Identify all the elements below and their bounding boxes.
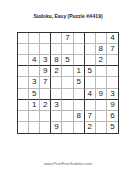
- sudoku-cell: [51, 44, 62, 55]
- sudoku-cell: 4: [85, 89, 96, 100]
- sudoku-cell: [74, 89, 85, 100]
- sudoku-cell: [85, 77, 96, 88]
- sudoku-cell: [51, 33, 62, 44]
- sudoku-cell: [18, 111, 29, 122]
- sudoku-cell: 6: [107, 111, 118, 122]
- sudoku-cell: 3: [29, 77, 40, 88]
- sudoku-cell: [74, 122, 85, 133]
- sudoku-cell: [62, 89, 73, 100]
- sudoku-cell: [40, 122, 51, 133]
- sudoku-cell: [85, 100, 96, 111]
- sudoku-cell: 5: [107, 122, 118, 133]
- sudoku-cell: [18, 100, 29, 111]
- sudoku-cell: [29, 111, 40, 122]
- sudoku-cell: [62, 111, 73, 122]
- sudoku-cell: 8: [96, 44, 107, 55]
- sudoku-cell: 7: [85, 111, 96, 122]
- sudoku-cell: [40, 33, 51, 44]
- sudoku-cell: [18, 33, 29, 44]
- sudoku-cell: 5: [29, 89, 40, 100]
- sudoku-cell: [62, 66, 73, 77]
- sudoku-cell: [74, 100, 85, 111]
- sudoku-cell: [85, 33, 96, 44]
- sudoku-cell: [51, 111, 62, 122]
- sudoku-cell: 3: [107, 89, 118, 100]
- sudoku-cell: [18, 55, 29, 66]
- sudoku-cell: [40, 89, 51, 100]
- sudoku-cell: [18, 122, 29, 133]
- footer-url: www.PrintFreeSudoku.com: [0, 161, 136, 167]
- sudoku-cell: [29, 44, 40, 55]
- sudoku-cell: 9: [51, 122, 62, 133]
- sudoku-cell: [96, 122, 107, 133]
- sudoku-cell: 4: [29, 55, 40, 66]
- sudoku-cell: 5: [85, 66, 96, 77]
- sudoku-cell: 3: [51, 100, 62, 111]
- sudoku-cell: [96, 66, 107, 77]
- sudoku-cell: [29, 66, 40, 77]
- sudoku-grid: 748743852921537554931239876925: [17, 32, 119, 134]
- sudoku-cell: [62, 44, 73, 55]
- sudoku-cell: 3: [40, 55, 51, 66]
- sudoku-cell: 4: [107, 33, 118, 44]
- sudoku-cell: [18, 44, 29, 55]
- sudoku-cell: 2: [40, 100, 51, 111]
- sudoku-cell: 1: [29, 100, 40, 111]
- sudoku-cell: [96, 100, 107, 111]
- sudoku-cell: [51, 89, 62, 100]
- sudoku-cell: 2: [96, 55, 107, 66]
- sudoku-cell: [85, 55, 96, 66]
- sudoku-cell: [40, 44, 51, 55]
- sudoku-cell: [62, 122, 73, 133]
- sudoku-cell: 7: [107, 44, 118, 55]
- sudoku-cell: [51, 77, 62, 88]
- sudoku-cell: 5: [74, 77, 85, 88]
- sudoku-cell: [62, 77, 73, 88]
- sudoku-cell: [96, 111, 107, 122]
- sudoku-cell: 9: [107, 100, 118, 111]
- sudoku-cell: [107, 55, 118, 66]
- sudoku-cell: [107, 66, 118, 77]
- sudoku-cell: 1: [74, 66, 85, 77]
- sudoku-cell: [74, 33, 85, 44]
- sudoku-cell: [96, 77, 107, 88]
- sudoku-cell: 2: [51, 66, 62, 77]
- sudoku-cell: [74, 55, 85, 66]
- sudoku-cell: 7: [40, 77, 51, 88]
- sudoku-cell: [85, 44, 96, 55]
- sudoku-cell: [29, 33, 40, 44]
- sudoku-cell: 9: [40, 66, 51, 77]
- sudoku-cell: 8: [51, 55, 62, 66]
- sudoku-cell: [18, 89, 29, 100]
- sudoku-cell: [107, 77, 118, 88]
- sudoku-cell: [29, 122, 40, 133]
- sudoku-cell: 9: [96, 89, 107, 100]
- sudoku-cell: [74, 44, 85, 55]
- sudoku-cell: [96, 33, 107, 44]
- sudoku-cell: 7: [62, 33, 73, 44]
- sudoku-cell: [62, 100, 73, 111]
- sudoku-page: Sudoku, Easy (Puzzle #A419) 748743852921…: [0, 0, 136, 176]
- sudoku-cell: 8: [74, 111, 85, 122]
- sudoku-cell: 2: [85, 122, 96, 133]
- page-title: Sudoku, Easy (Puzzle #A419): [0, 13, 136, 20]
- sudoku-cell: [40, 111, 51, 122]
- sudoku-cell: [18, 66, 29, 77]
- sudoku-cell: [18, 77, 29, 88]
- sudoku-cell: 5: [62, 55, 73, 66]
